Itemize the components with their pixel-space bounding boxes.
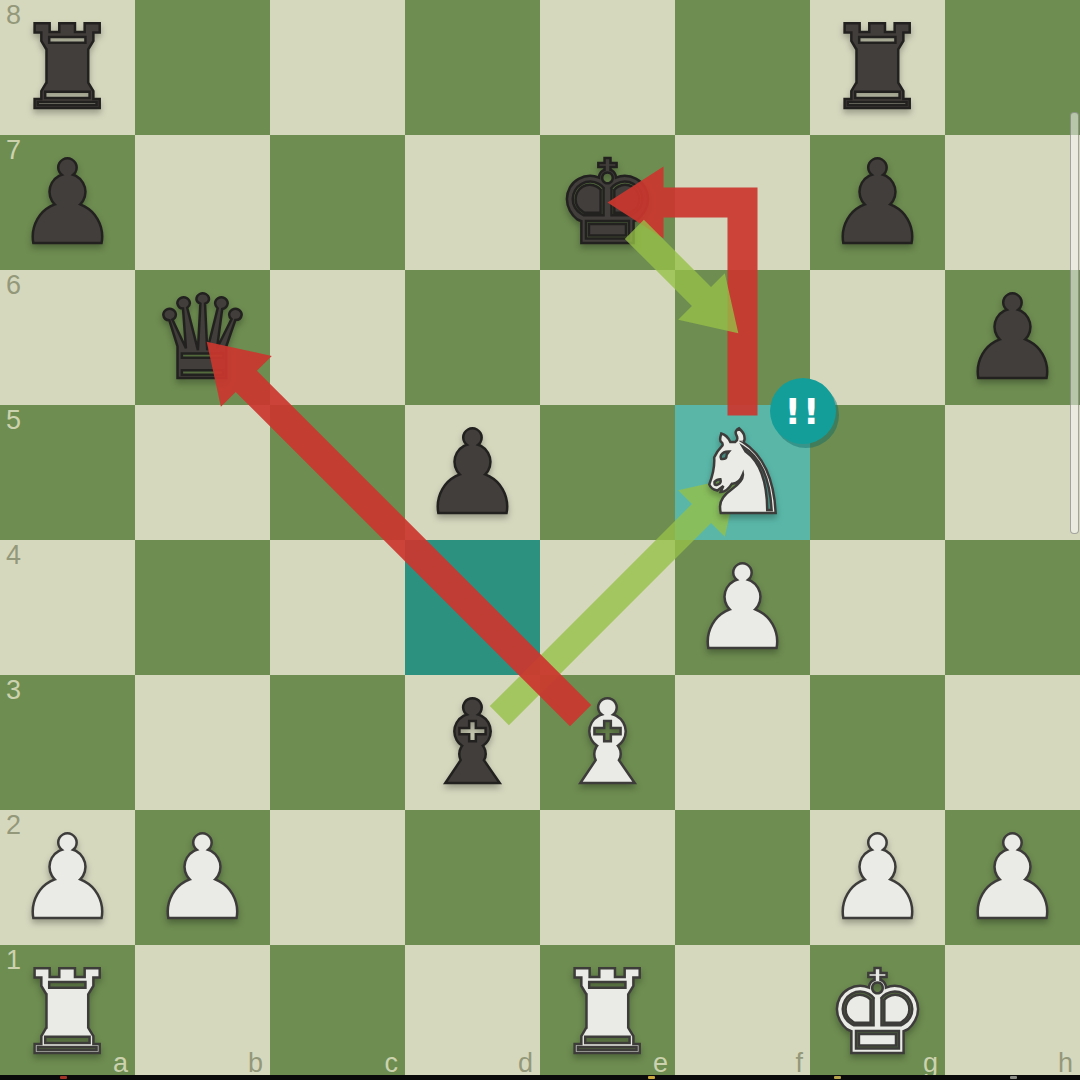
square-e1[interactable]: e♜ (540, 945, 675, 1080)
square-e3[interactable]: ♝ (540, 675, 675, 810)
square-a2[interactable]: 2♟ (0, 810, 135, 945)
white-pawn[interactable]: ♟ (135, 810, 270, 945)
square-f2[interactable] (675, 810, 810, 945)
square-b1[interactable]: b (135, 945, 270, 1080)
white-bishop[interactable]: ♝ (540, 675, 675, 810)
black-king[interactable]: ♚ (540, 135, 675, 270)
square-e6[interactable] (540, 270, 675, 405)
screen-edge-artifact (1010, 1076, 1017, 1079)
square-d4[interactable] (405, 540, 540, 675)
white-pawn[interactable]: ♟ (675, 540, 810, 675)
white-rook[interactable]: ♜ (0, 945, 135, 1080)
square-h4[interactable] (945, 540, 1080, 675)
square-h7[interactable] (945, 135, 1080, 270)
screen-bottom-edge (0, 1075, 1080, 1080)
square-g6[interactable] (810, 270, 945, 405)
rank-label-5: 5 (6, 407, 21, 434)
black-bishop[interactable]: ♝ (405, 675, 540, 810)
brilliant-move-label: !! (785, 391, 822, 432)
black-rook[interactable]: ♜ (0, 0, 135, 135)
square-c3[interactable] (270, 675, 405, 810)
screen-edge-artifact (834, 1076, 841, 1079)
white-pawn[interactable]: ♟ (0, 810, 135, 945)
square-a5[interactable]: 5 (0, 405, 135, 540)
square-f4[interactable]: ♟ (675, 540, 810, 675)
square-h2[interactable]: ♟ (945, 810, 1080, 945)
square-c7[interactable] (270, 135, 405, 270)
square-c1[interactable]: c (270, 945, 405, 1080)
square-d1[interactable]: d (405, 945, 540, 1080)
square-h3[interactable] (945, 675, 1080, 810)
square-c5[interactable] (270, 405, 405, 540)
square-d3[interactable]: ♝ (405, 675, 540, 810)
square-h8[interactable] (945, 0, 1080, 135)
black-pawn[interactable]: ♟ (0, 135, 135, 270)
file-label-d: d (518, 1050, 533, 1077)
square-d5[interactable]: ♟ (405, 405, 540, 540)
square-d8[interactable] (405, 0, 540, 135)
square-f7[interactable] (675, 135, 810, 270)
square-b7[interactable] (135, 135, 270, 270)
file-label-c: c (385, 1050, 399, 1077)
square-c2[interactable] (270, 810, 405, 945)
square-g1[interactable]: g♚ (810, 945, 945, 1080)
black-pawn[interactable]: ♟ (810, 135, 945, 270)
file-label-h: h (1058, 1050, 1073, 1077)
square-a7[interactable]: 7♟ (0, 135, 135, 270)
black-queen[interactable]: ♛ (135, 270, 270, 405)
brilliant-move-badge: !! (770, 378, 836, 444)
white-pawn[interactable]: ♟ (945, 810, 1080, 945)
square-b3[interactable] (135, 675, 270, 810)
square-g8[interactable]: ♜ (810, 0, 945, 135)
white-pawn[interactable]: ♟ (810, 810, 945, 945)
rank-label-3: 3 (6, 677, 21, 704)
square-a8[interactable]: 8♜ (0, 0, 135, 135)
square-b6[interactable]: ♛ (135, 270, 270, 405)
square-d6[interactable] (405, 270, 540, 405)
square-e8[interactable] (540, 0, 675, 135)
square-e4[interactable] (540, 540, 675, 675)
square-b5[interactable] (135, 405, 270, 540)
black-pawn[interactable]: ♟ (945, 270, 1080, 405)
square-h6[interactable]: ♟ (945, 270, 1080, 405)
square-g3[interactable] (810, 675, 945, 810)
square-g4[interactable] (810, 540, 945, 675)
square-b4[interactable] (135, 540, 270, 675)
chess-board: 8♜♜7♟♚♟6♛♟5♟♞4♟3♝♝2♟♟♟♟1a♜bcde♜fg♚h (0, 0, 1080, 1080)
square-f3[interactable] (675, 675, 810, 810)
square-h1[interactable]: h (945, 945, 1080, 1080)
black-rook[interactable]: ♜ (810, 0, 945, 135)
square-b2[interactable]: ♟ (135, 810, 270, 945)
square-g2[interactable]: ♟ (810, 810, 945, 945)
square-d2[interactable] (405, 810, 540, 945)
square-a6[interactable]: 6 (0, 270, 135, 405)
square-e5[interactable] (540, 405, 675, 540)
scrollbar-thumb[interactable] (1070, 112, 1079, 534)
rank-label-4: 4 (6, 542, 21, 569)
square-c4[interactable] (270, 540, 405, 675)
square-h5[interactable] (945, 405, 1080, 540)
square-f8[interactable] (675, 0, 810, 135)
square-e7[interactable]: ♚ (540, 135, 675, 270)
chess-board-screen: 8♜♜7♟♚♟6♛♟5♟♞4♟3♝♝2♟♟♟♟1a♜bcde♜fg♚h !! (0, 0, 1080, 1080)
screen-edge-artifact (648, 1076, 655, 1079)
file-label-b: b (248, 1050, 263, 1077)
rank-label-6: 6 (6, 272, 21, 299)
square-a1[interactable]: 1a♜ (0, 945, 135, 1080)
square-a3[interactable]: 3 (0, 675, 135, 810)
screen-edge-artifact (60, 1076, 67, 1079)
black-pawn[interactable]: ♟ (405, 405, 540, 540)
square-b8[interactable] (135, 0, 270, 135)
file-label-f: f (795, 1050, 803, 1077)
square-d7[interactable] (405, 135, 540, 270)
square-g7[interactable]: ♟ (810, 135, 945, 270)
square-a4[interactable]: 4 (0, 540, 135, 675)
square-e2[interactable] (540, 810, 675, 945)
white-king[interactable]: ♚ (810, 945, 945, 1080)
square-f1[interactable]: f (675, 945, 810, 1080)
white-rook[interactable]: ♜ (540, 945, 675, 1080)
square-c8[interactable] (270, 0, 405, 135)
square-c6[interactable] (270, 270, 405, 405)
